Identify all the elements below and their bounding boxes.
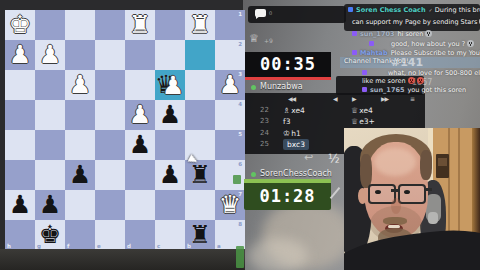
white-r-d1[interactable]: ♜ [125,10,155,40]
black-k-g8[interactable]: ♚ [35,220,65,250]
ear-left [358,188,367,204]
emoji-face [425,30,432,37]
square-c1[interactable] [155,10,185,40]
chat-line-0: Soren Chess Coach✓During this broadcast,… [348,6,480,14]
black-p-g7[interactable]: ♟ [35,190,65,220]
square-d6[interactable] [125,160,155,190]
square-c7[interactable] [155,190,185,220]
figurine-icon: ♔ [283,129,290,138]
square-c2[interactable] [155,40,185,70]
chat-text: like me soren [362,77,406,85]
chat-badge-icon [348,7,353,12]
opponent-name: Munzabwa [260,82,303,91]
material-score: +9 [264,37,273,44]
white-p-a3[interactable]: ♟ [215,70,245,100]
move-22-black[interactable]: ♕xe4 [351,106,373,115]
square-a5[interactable]: 5 [215,130,245,160]
low-time-bar [245,77,331,80]
square-e7[interactable] [95,190,125,220]
move-24-white[interactable]: ♔h1 [283,129,301,138]
rank-label: 8 [238,221,242,227]
chat-line-5: Channel Thank You! [344,57,409,65]
chat-text: can support my Page by sending Stars [352,18,477,26]
square-a1[interactable]: 1 [215,10,245,40]
figurine-icon: ♗ [283,106,290,115]
chat-badge-icon [352,50,357,55]
square-g3[interactable] [35,70,65,100]
player-online-dot [251,172,256,177]
square-e6[interactable] [95,160,125,190]
square-f7[interactable] [65,190,95,220]
hair-side-right [420,150,432,180]
square-a2[interactable]: 2 [215,40,245,70]
square-g6[interactable] [35,160,65,190]
square-e4[interactable] [95,100,125,130]
chat-text: good, how about you ? [391,40,465,48]
chat-line-3: good, how about you ? [369,40,474,48]
shelf-object-face [438,158,447,166]
white-p-d4[interactable]: ♟ [125,100,155,130]
square-h5[interactable] [5,130,35,160]
square-b7[interactable] [185,190,215,220]
chat-badge-icon [352,31,357,36]
glasses-bridge [391,189,399,192]
black-p-d5[interactable]: ♟ [125,130,155,160]
stream-screenshot: 1234567hgfedcb8a♚♜♜♟♟♟♟♛♟♟♟♟♟♟♜♛♟♟♚♜ Pre… [0,0,480,270]
black-r-b8[interactable]: ♜ [185,220,215,250]
camera-bottom-bar [0,249,245,270]
move-22-white[interactable]: ♗xe4 [283,106,305,115]
player-clock: 01:28 [244,183,331,210]
eye-left [375,190,381,194]
chat-username: sun_1703 [360,30,394,38]
chat-badge-icon [369,41,374,46]
square-e5[interactable] [95,130,125,160]
chat-badge-icon [362,70,367,75]
square-h4[interactable] [5,100,35,130]
captured-queen-icon: ♕ [249,32,259,45]
chat-line-2: sun_1703hi soren [352,30,432,38]
square-h3[interactable] [5,70,35,100]
opponent-clock: 00:35 [245,52,331,77]
forehead-highlight [374,148,416,176]
toolbar-icon-2[interactable]: ▶ [352,95,356,102]
move-23-white[interactable]: f3 [283,117,290,126]
move-number: 24 [253,129,269,137]
chat-text: hi soren [397,30,423,38]
chat-text: what, no love for 500-800 elo playe [388,69,480,77]
chat-text: Please Subscribe to my YouTube [391,49,480,57]
rank-label: 1 [238,11,242,17]
chat-line-7: like me soren [362,77,424,85]
figurine-icon: ♕ [351,106,358,115]
chat-line-1: can support my Page by sending Stars [352,18,480,26]
chat-count: 0 [269,10,272,16]
square-c5[interactable] [155,130,185,160]
move-number: 23 [253,117,269,125]
chat-username: sun_1765 [370,86,404,94]
square-d7[interactable] [125,190,155,220]
black-r-b6[interactable]: ♜ [185,160,215,190]
toolbar-icon-0[interactable]: ◀◀ [288,95,295,102]
emoji-angry [417,77,424,84]
square-b4[interactable] [185,100,215,130]
figurine-icon: ♕ [351,117,358,126]
white-r-b1[interactable]: ♜ [185,10,215,40]
black-p-c4[interactable]: ♟ [155,100,185,130]
emoji-face [467,40,474,47]
white-p-g2[interactable]: ♟ [35,40,65,70]
square-e3[interactable] [95,70,125,100]
square-f2[interactable] [65,40,95,70]
square-e2[interactable] [95,40,125,70]
black-p-c6[interactable]: ♟ [155,160,185,190]
rank-label: 5 [238,131,242,137]
square-g1[interactable] [35,10,65,40]
chat-line-4: MahtabPlease Subscribe to my YouTube [352,49,480,57]
chat-text: Channel Thank You! [344,57,409,65]
square-g5[interactable] [35,130,65,160]
headphone-detail [428,212,438,224]
glasses-lens-right [398,184,426,204]
square-f8[interactable]: f [65,220,95,250]
chat-line-6: what, no love for 500-800 elo playe [362,69,480,77]
chat-line-8: sun_1765you got this soren [362,86,466,94]
chat-username: Mahtab [360,49,388,57]
hair-side-left [360,154,372,188]
move-25-white[interactable]: bxc3 [283,140,309,149]
toolbar-icon-4[interactable]: ≡ [410,95,414,102]
photo-artifact-green [233,175,241,184]
opponent-online-dot [251,85,256,90]
white-p-c3[interactable]: ♟ [158,71,188,101]
move-number: 22 [253,106,269,114]
chat-badge-icon [362,87,367,92]
takeback-button[interactable]: ↩ [304,151,313,164]
white-p-h2[interactable]: ♟ [5,40,35,70]
square-b2[interactable] [185,40,215,70]
square-d8[interactable]: d [125,220,155,250]
rank-label: 6 [238,161,242,167]
chat-bubble-icon-tail [256,16,260,19]
eye-right [404,190,410,194]
black-p-h7[interactable]: ♟ [5,190,35,220]
square-c8[interactable]: c [155,220,185,250]
square-b3[interactable] [185,70,215,100]
square-h6[interactable] [5,160,35,190]
player-name: SorenChessCoach [260,169,332,178]
chat-text: you got this soren [407,86,466,94]
toolbar-icon-1[interactable]: ◀ [333,95,337,102]
square-g4[interactable] [35,100,65,130]
square-f5[interactable] [65,130,95,160]
square-e8[interactable]: e [95,220,125,250]
webcam-feed [344,128,480,270]
rank-label: 2 [238,41,242,47]
photo-artifact-green [236,246,244,268]
square-f1[interactable] [65,10,95,40]
white-q-a7[interactable]: ♛ [215,190,245,220]
square-e1[interactable] [95,10,125,40]
square-f4[interactable] [65,100,95,130]
chat-text: During this broadcast, you [435,6,480,14]
white-k-h1[interactable]: ♚ [5,10,35,40]
white-p-f3[interactable]: ♟ [65,70,95,100]
toolbar-icon-3[interactable]: ▶▶ [381,95,388,102]
move-number: 25 [253,140,269,148]
draw-offer-button[interactable]: ½ [328,152,340,166]
black-p-f6[interactable]: ♟ [65,160,95,190]
rank-label: 4 [238,101,242,107]
glasses-temple [424,188,432,191]
chat-username: Soren Chess Coach [356,6,426,14]
chess-board[interactable]: 1234567hgfedcb8a♚♜♜♟♟♟♟♛♟♟♟♟♟♟♜♛♟♟♚♜ [5,10,245,250]
move-23-black[interactable]: ♕e3+ [351,117,375,126]
verified-check-icon: ✓ [429,7,433,13]
square-h8[interactable]: h [5,220,35,250]
emoji-angry [408,77,415,84]
blurred-blob [248,238,308,270]
square-a4[interactable]: 4 [215,100,245,130]
square-d2[interactable] [125,40,155,70]
